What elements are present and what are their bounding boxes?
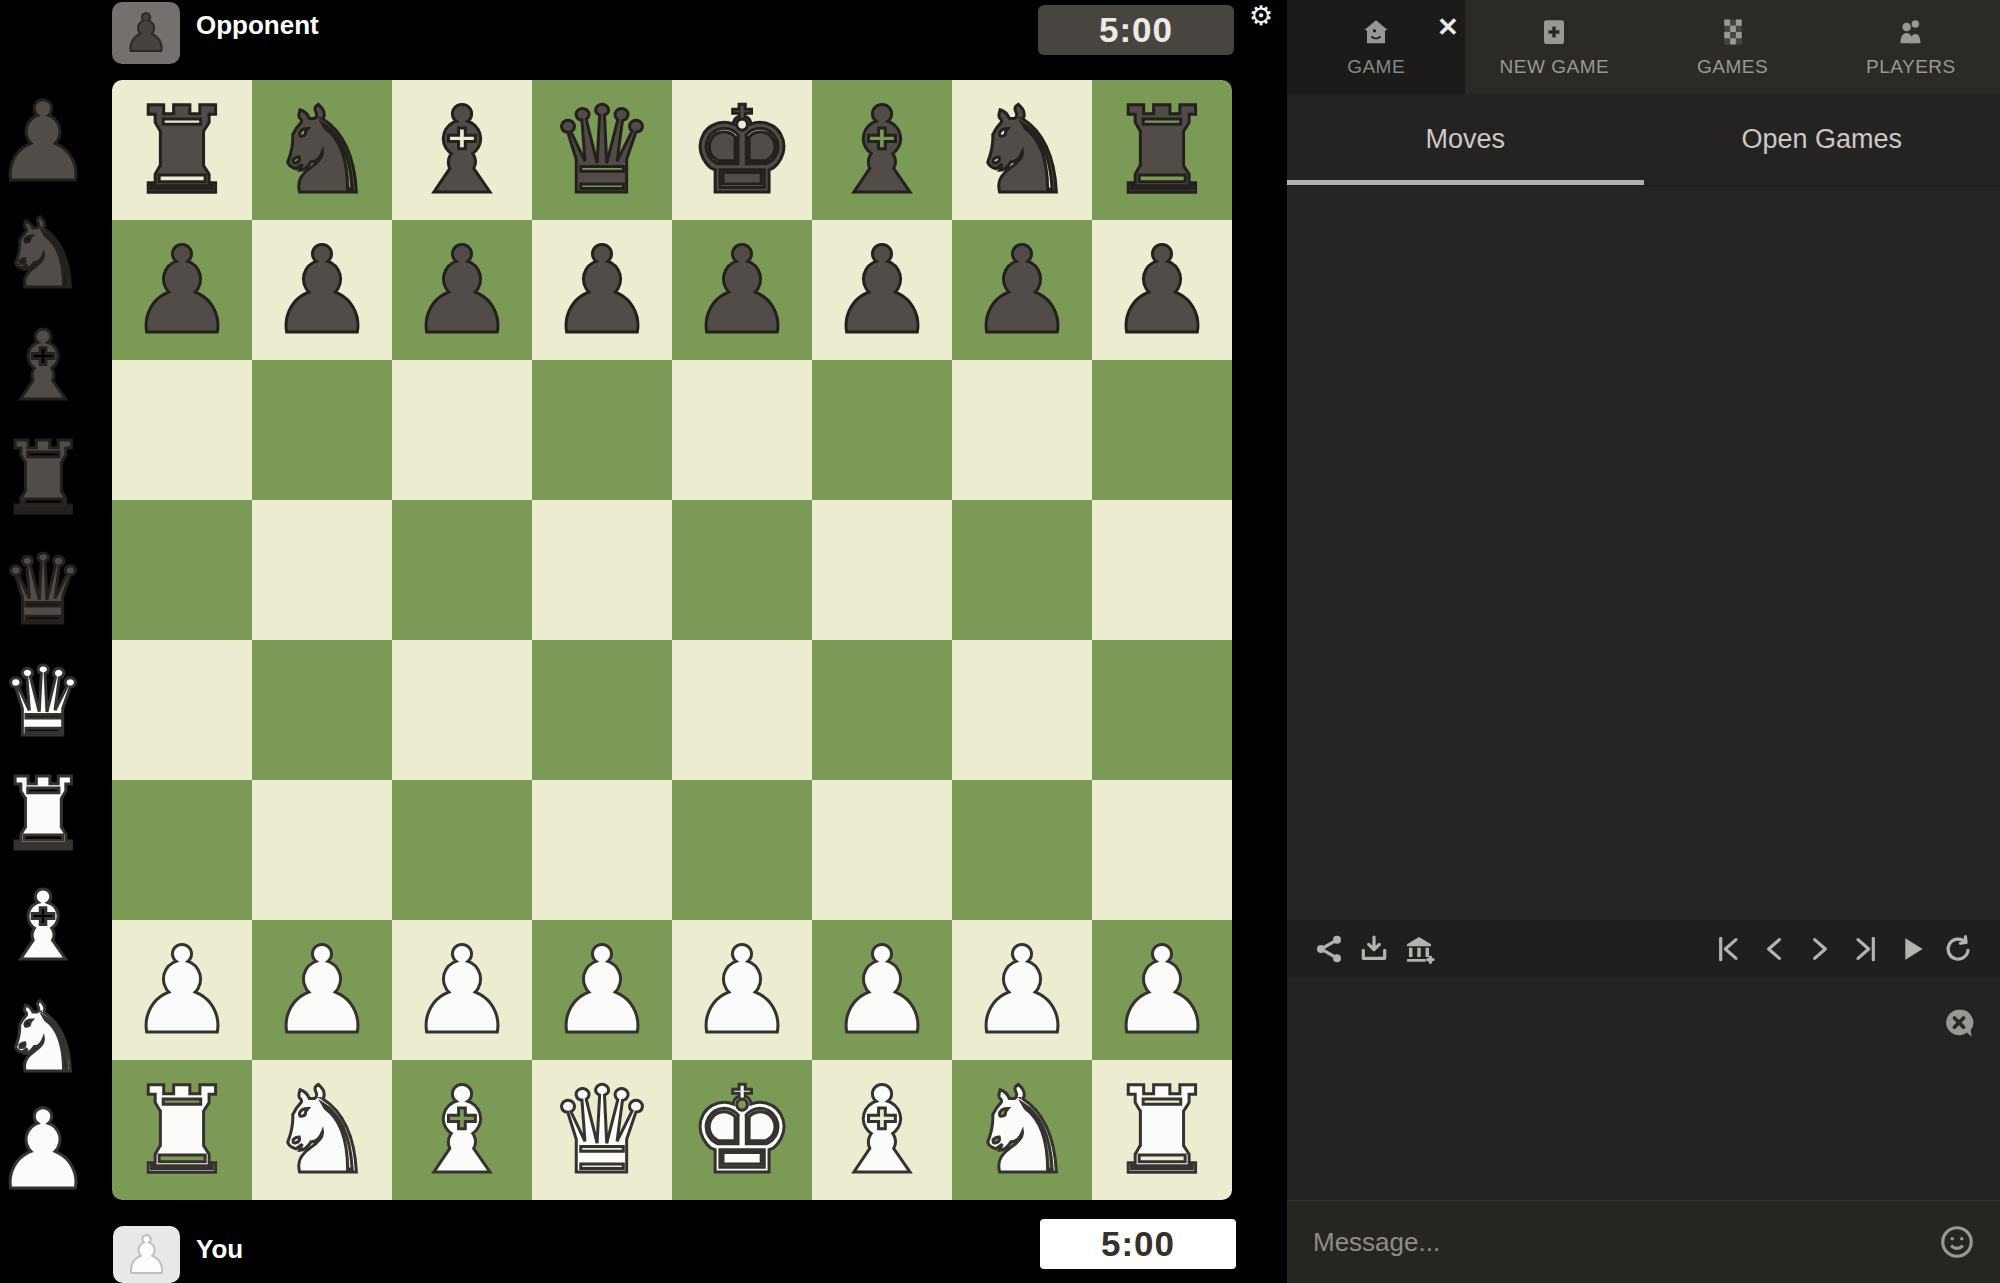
square-f6[interactable] (812, 360, 952, 500)
close-icon[interactable]: ✕ (1437, 14, 1459, 40)
white-pawn-icon: ♟ (0, 1095, 92, 1205)
square-e2[interactable]: ♟ (672, 920, 812, 1060)
share-icon[interactable] (1311, 931, 1347, 967)
square-b4[interactable] (252, 640, 392, 780)
next-move-icon[interactable] (1802, 931, 1838, 967)
white-knight-icon: ♞ (0, 990, 86, 1086)
square-c5[interactable] (392, 500, 532, 640)
square-f4[interactable] (812, 640, 952, 780)
black-queen[interactable]: ♛ (548, 90, 656, 210)
white-rook[interactable]: ♜ (128, 1070, 236, 1190)
you-name: You (196, 1234, 243, 1265)
square-e5[interactable] (672, 500, 812, 640)
square-g3[interactable] (952, 780, 1092, 920)
settings-gear-icon[interactable]: ⚙ (1246, 1, 1276, 31)
nav-item-games[interactable]: GAMES (1644, 0, 1822, 94)
square-d4[interactable] (532, 640, 672, 780)
white-pawn[interactable]: ♟ (828, 930, 936, 1050)
you-clock: 5:00 (1040, 1219, 1236, 1269)
square-d6[interactable] (532, 360, 672, 500)
square-d7[interactable]: ♟ (532, 220, 672, 360)
tray-white-rook[interactable]: ♜ (0, 758, 86, 870)
square-b2[interactable]: ♟ (252, 920, 392, 1060)
piece-tray: ♟♞♝♜♛♛♜♝♞♟ (0, 86, 86, 1206)
black-bishop[interactable]: ♝ (408, 90, 516, 210)
nav-item-game[interactable]: GAME ✕ (1287, 0, 1465, 94)
opponent-avatar: ♟ (112, 2, 180, 64)
square-g6[interactable] (952, 360, 1092, 500)
previous-move-icon[interactable] (1756, 931, 1792, 967)
active-tab-underline (1287, 180, 1644, 185)
square-a2[interactable]: ♟ (112, 920, 252, 1060)
white-rook-icon: ♜ (0, 764, 88, 864)
tray-black-queen[interactable]: ♛ (0, 534, 86, 646)
square-e8[interactable]: ♚ (672, 80, 812, 220)
square-a3[interactable] (112, 780, 252, 920)
square-h4[interactable] (1092, 640, 1232, 780)
you-avatar: ♟ (113, 1226, 180, 1283)
opponent-clock: 5:00 (1038, 5, 1234, 55)
black-pawn[interactable]: ♟ (128, 230, 236, 350)
square-a8[interactable]: ♜ (112, 80, 252, 220)
move-list (1287, 186, 2000, 920)
square-g8[interactable]: ♞ (952, 80, 1092, 220)
white-bishop[interactable]: ♝ (408, 1070, 516, 1190)
white-pawn[interactable]: ♟ (548, 930, 656, 1050)
tab-open-games[interactable]: Open Games (1644, 94, 2000, 185)
save-to-archive-icon[interactable] (1401, 931, 1437, 967)
game-toolbar (1287, 920, 2000, 977)
home-icon (1361, 17, 1391, 47)
white-pawn[interactable]: ♟ (968, 930, 1076, 1050)
square-g5[interactable] (952, 500, 1092, 640)
nav-item-new-game[interactable]: NEW GAME (1465, 0, 1643, 94)
square-a5[interactable] (112, 500, 252, 640)
tray-white-queen[interactable]: ♛ (0, 646, 86, 758)
tray-black-knight[interactable]: ♞ (0, 198, 86, 310)
black-pawn[interactable]: ♟ (1108, 230, 1216, 350)
black-rook[interactable]: ♜ (1108, 90, 1216, 210)
square-d3[interactable] (532, 780, 672, 920)
white-queen-icon: ♛ (0, 654, 86, 750)
opponent-name: Opponent (196, 10, 319, 41)
square-e3[interactable] (672, 780, 812, 920)
square-a6[interactable] (112, 360, 252, 500)
square-g4[interactable] (952, 640, 1092, 780)
white-queen[interactable]: ♛ (548, 1070, 656, 1190)
square-d8[interactable]: ♛ (532, 80, 672, 220)
black-pawn-icon: ♟ (0, 87, 92, 197)
white-pawn[interactable]: ♟ (408, 930, 516, 1050)
square-b1[interactable]: ♞ (252, 1060, 392, 1200)
square-f3[interactable] (812, 780, 952, 920)
black-bishop-icon: ♝ (0, 318, 86, 414)
black-queen-icon: ♛ (0, 542, 86, 638)
chat-area (1287, 977, 2000, 1200)
black-pawn[interactable]: ♟ (548, 230, 656, 350)
black-bishop[interactable]: ♝ (828, 90, 936, 210)
square-h6[interactable] (1092, 360, 1232, 500)
black-pawn[interactable]: ♟ (828, 230, 936, 350)
square-b8[interactable]: ♞ (252, 80, 392, 220)
white-bishop[interactable]: ♝ (828, 1070, 936, 1190)
new-game-icon (1539, 17, 1569, 47)
rotate-board-icon[interactable] (1940, 931, 1976, 967)
tray-white-pawn[interactable]: ♟ (0, 1094, 86, 1206)
players-icon (1896, 17, 1926, 47)
white-knight[interactable]: ♞ (968, 1070, 1076, 1190)
square-d2[interactable]: ♟ (532, 920, 672, 1060)
nav-item-players[interactable]: PLAYERS (1822, 0, 2000, 94)
square-c3[interactable] (392, 780, 532, 920)
message-bar (1287, 1200, 2000, 1283)
square-c8[interactable]: ♝ (392, 80, 532, 220)
square-c6[interactable] (392, 360, 532, 500)
square-g7[interactable]: ♟ (952, 220, 1092, 360)
square-h3[interactable] (1092, 780, 1232, 920)
square-h8[interactable]: ♜ (1092, 80, 1232, 220)
last-move-icon[interactable] (1848, 931, 1884, 967)
white-knight[interactable]: ♞ (268, 1070, 376, 1190)
side-panel: GAME ✕ NEW GAME GAMES PLAYERS Moves Open… (1287, 0, 2000, 1283)
black-knight[interactable]: ♞ (268, 90, 376, 210)
black-king[interactable]: ♚ (688, 90, 796, 210)
square-a4[interactable] (112, 640, 252, 780)
square-h1[interactable]: ♜ (1092, 1060, 1232, 1200)
autoplay-icon[interactable] (1894, 931, 1930, 967)
message-input[interactable] (1311, 1226, 1938, 1259)
white-king[interactable]: ♚ (688, 1070, 796, 1190)
square-a7[interactable]: ♟ (112, 220, 252, 360)
first-move-icon[interactable] (1710, 931, 1746, 967)
square-g2[interactable]: ♟ (952, 920, 1092, 1060)
white-rook[interactable]: ♜ (1108, 1070, 1216, 1190)
square-b7[interactable]: ♟ (252, 220, 392, 360)
tray-black-rook[interactable]: ♜ (0, 422, 86, 534)
top-nav: GAME ✕ NEW GAME GAMES PLAYERS (1287, 0, 2000, 94)
tab-moves[interactable]: Moves (1287, 94, 1644, 185)
square-a1[interactable]: ♜ (112, 1060, 252, 1200)
square-h7[interactable]: ♟ (1092, 220, 1232, 360)
black-rook-icon: ♜ (0, 428, 88, 528)
pawn-avatar-icon: ♟ (123, 7, 170, 59)
black-knight-icon: ♞ (0, 206, 86, 302)
white-pawn[interactable]: ♟ (128, 930, 236, 1050)
tray-white-knight[interactable]: ♞ (0, 982, 86, 1094)
square-h2[interactable]: ♟ (1092, 920, 1232, 1060)
white-pawn[interactable]: ♟ (688, 930, 796, 1050)
square-h5[interactable] (1092, 500, 1232, 640)
chess-board[interactable]: ♜♞♝♛♚♝♞♜♟♟♟♟♟♟♟♟♟♟♟♟♟♟♟♟♜♞♝♛♚♝♞♜ (112, 80, 1232, 1200)
clear-chat-icon[interactable] (1942, 1007, 1976, 1041)
square-c4[interactable] (392, 640, 532, 780)
black-pawn[interactable]: ♟ (268, 230, 376, 350)
square-c1[interactable]: ♝ (392, 1060, 532, 1200)
download-icon[interactable] (1356, 931, 1392, 967)
square-e7[interactable]: ♟ (672, 220, 812, 360)
pawn-avatar-icon: ♟ (123, 1229, 170, 1281)
black-pawn[interactable]: ♟ (968, 230, 1076, 350)
square-g1[interactable]: ♞ (952, 1060, 1092, 1200)
square-c2[interactable]: ♟ (392, 920, 532, 1060)
square-f5[interactable] (812, 500, 952, 640)
black-knight[interactable]: ♞ (968, 90, 1076, 210)
square-f8[interactable]: ♝ (812, 80, 952, 220)
square-e6[interactable] (672, 360, 812, 500)
tray-black-bishop[interactable]: ♝ (0, 310, 86, 422)
square-e1[interactable]: ♚ (672, 1060, 812, 1200)
black-pawn[interactable]: ♟ (408, 230, 516, 350)
black-rook[interactable]: ♜ (128, 90, 236, 210)
tab-bar: Moves Open Games (1287, 94, 2000, 186)
square-f7[interactable]: ♟ (812, 220, 952, 360)
square-e4[interactable] (672, 640, 812, 780)
square-f1[interactable]: ♝ (812, 1060, 952, 1200)
white-pawn[interactable]: ♟ (268, 930, 376, 1050)
emoji-smiley-icon[interactable] (1938, 1223, 1976, 1261)
tray-black-pawn[interactable]: ♟ (0, 86, 86, 198)
black-pawn[interactable]: ♟ (688, 230, 796, 350)
tray-white-bishop[interactable]: ♝ (0, 870, 86, 982)
square-b5[interactable] (252, 500, 392, 640)
square-d5[interactable] (532, 500, 672, 640)
white-bishop-icon: ♝ (0, 878, 86, 974)
square-b6[interactable] (252, 360, 392, 500)
white-pawn[interactable]: ♟ (1108, 930, 1216, 1050)
square-f2[interactable]: ♟ (812, 920, 952, 1060)
square-d1[interactable]: ♛ (532, 1060, 672, 1200)
games-board-icon (1718, 17, 1748, 47)
square-c7[interactable]: ♟ (392, 220, 532, 360)
square-b3[interactable] (252, 780, 392, 920)
